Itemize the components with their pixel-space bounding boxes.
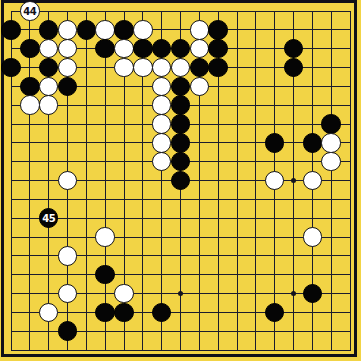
stone-black	[152, 39, 172, 59]
stone-white	[39, 39, 59, 59]
stone-white	[58, 246, 78, 266]
stone-white	[39, 77, 59, 97]
stone-black	[303, 133, 323, 153]
go-board[interactable]: 4445	[0, 0, 361, 361]
star-point	[291, 178, 296, 183]
grid-line-horizontal	[11, 218, 351, 219]
stone-black	[95, 265, 115, 285]
stone-black	[284, 58, 304, 78]
stone-white	[20, 95, 40, 115]
stone-black	[208, 58, 228, 78]
stone-black	[171, 95, 191, 115]
stone-black	[171, 152, 191, 172]
stone-white	[152, 77, 172, 97]
stone-white	[190, 77, 210, 97]
stone-black	[208, 20, 228, 40]
grid-line-horizontal	[11, 199, 351, 200]
stone-white	[190, 20, 210, 40]
stone-white	[152, 114, 172, 134]
stone-black	[20, 39, 40, 59]
stone-black	[208, 39, 228, 59]
stone-white	[171, 58, 191, 78]
stone-black	[77, 20, 97, 40]
stone-black	[20, 77, 40, 97]
stone-black	[95, 39, 115, 59]
stone-black	[321, 114, 341, 134]
stone-black	[39, 20, 59, 40]
grid-line-vertical	[331, 11, 332, 351]
stone-white	[152, 95, 172, 115]
grid-line-horizontal	[11, 350, 351, 351]
stone-white	[95, 227, 115, 247]
grid-line-vertical	[237, 11, 238, 351]
stone-white	[114, 39, 134, 59]
stone-black	[58, 77, 78, 97]
grid-line-horizontal	[11, 312, 351, 313]
stone-white	[39, 303, 59, 323]
stone-black	[190, 58, 210, 78]
stone-black	[39, 58, 59, 78]
grid-line-horizontal	[11, 237, 351, 238]
grid-line-horizontal	[11, 274, 351, 275]
stone-black	[171, 133, 191, 153]
stone-white	[58, 20, 78, 40]
stone-black	[171, 114, 191, 134]
screenshot: 4445	[0, 0, 361, 361]
stone-white	[133, 20, 153, 40]
stone-white	[152, 133, 172, 153]
stone-black	[303, 284, 323, 304]
stone-black	[171, 77, 191, 97]
stone-white	[58, 284, 78, 304]
stone-white	[152, 58, 172, 78]
stone-white	[95, 20, 115, 40]
stone-black	[58, 321, 78, 341]
stone-black	[265, 303, 285, 323]
move-45-stone: 45	[39, 208, 59, 228]
stone-white	[133, 58, 153, 78]
stone-white	[321, 152, 341, 172]
grid-line-vertical	[350, 11, 351, 351]
stone-black	[95, 303, 115, 323]
grid-line-vertical	[255, 11, 256, 351]
stone-black	[114, 303, 134, 323]
stone-black	[114, 20, 134, 40]
stone-white	[58, 58, 78, 78]
stone-black	[133, 39, 153, 59]
stone-white	[321, 133, 341, 153]
stone-black	[171, 39, 191, 59]
star-point	[291, 291, 296, 296]
stone-white	[114, 58, 134, 78]
stone-black	[171, 171, 191, 191]
stone-white	[303, 171, 323, 191]
stone-black	[152, 303, 172, 323]
stone-white	[152, 152, 172, 172]
stone-black	[1, 58, 21, 78]
move-44-stone: 44	[20, 1, 40, 21]
stone-white	[58, 39, 78, 59]
stone-white	[190, 39, 210, 59]
stone-black	[1, 20, 21, 40]
stone-white	[303, 227, 323, 247]
stone-white	[114, 284, 134, 304]
stone-white	[39, 95, 59, 115]
stone-white	[58, 171, 78, 191]
stone-black	[265, 133, 285, 153]
stone-black	[284, 39, 304, 59]
star-point	[178, 291, 183, 296]
stone-white	[265, 171, 285, 191]
